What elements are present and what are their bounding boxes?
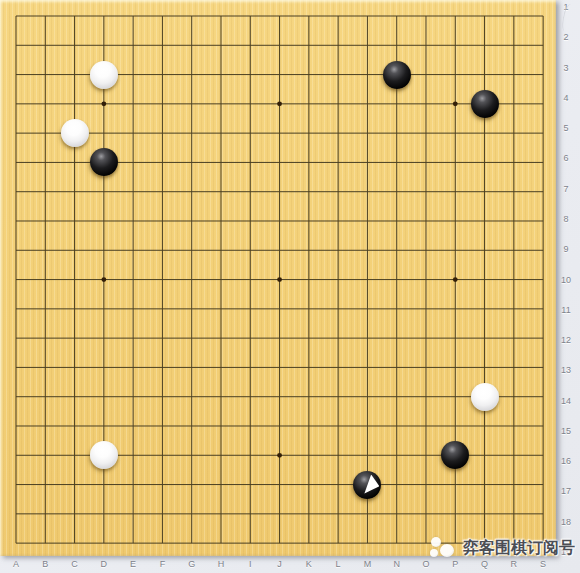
- row-label: 16: [555, 456, 577, 467]
- stones-layer: [0, 0, 556, 556]
- column-label: F: [152, 558, 172, 571]
- row-label: 5: [555, 123, 577, 134]
- column-label: E: [123, 558, 143, 571]
- row-label: 9: [555, 244, 577, 255]
- row-label: 10: [555, 275, 577, 286]
- stone-black[interactable]: [383, 61, 411, 89]
- stone-white[interactable]: [471, 383, 499, 411]
- column-label: B: [35, 558, 55, 571]
- watermark-text: 弈客围棋订阅号: [463, 538, 575, 559]
- last-move-triangle-marker: [364, 475, 379, 494]
- column-label: K: [299, 558, 319, 571]
- watermark: 弈客围棋订阅号: [428, 533, 575, 563]
- go-board[interactable]: [0, 0, 556, 556]
- row-label: 6: [555, 153, 577, 164]
- stone-white[interactable]: [61, 119, 89, 147]
- column-label: A: [6, 558, 26, 571]
- column-label: G: [182, 558, 202, 571]
- column-label: N: [387, 558, 407, 571]
- row-label: 12: [555, 335, 577, 346]
- row-label: 18: [555, 517, 577, 528]
- stone-black[interactable]: [471, 90, 499, 118]
- stone-white[interactable]: [90, 441, 118, 469]
- stone-white[interactable]: [90, 61, 118, 89]
- row-label: 7: [555, 184, 577, 195]
- stone-black[interactable]: [441, 441, 469, 469]
- watermark-logo-go-stones-icon: [428, 535, 462, 562]
- row-label: 8: [555, 214, 577, 225]
- column-label: D: [94, 558, 114, 571]
- row-label: 4: [555, 93, 577, 104]
- column-label: C: [65, 558, 85, 571]
- column-label: L: [328, 558, 348, 571]
- go-diagram-page: ABCDEFGHIJKLMNOPQRS 12345678910111213141…: [0, 0, 580, 573]
- row-label: 2: [555, 32, 577, 43]
- column-label: I: [240, 558, 260, 571]
- row-label: 3: [555, 63, 577, 74]
- row-label: 14: [555, 396, 577, 407]
- column-label: J: [270, 558, 290, 571]
- row-label: 11: [555, 305, 577, 316]
- row-label: 13: [555, 365, 577, 376]
- row-label: 17: [555, 486, 577, 497]
- column-label: H: [211, 558, 231, 571]
- row-label: 15: [555, 426, 577, 437]
- stone-black[interactable]: [353, 471, 381, 499]
- column-label: M: [357, 558, 377, 571]
- stone-black[interactable]: [90, 148, 118, 176]
